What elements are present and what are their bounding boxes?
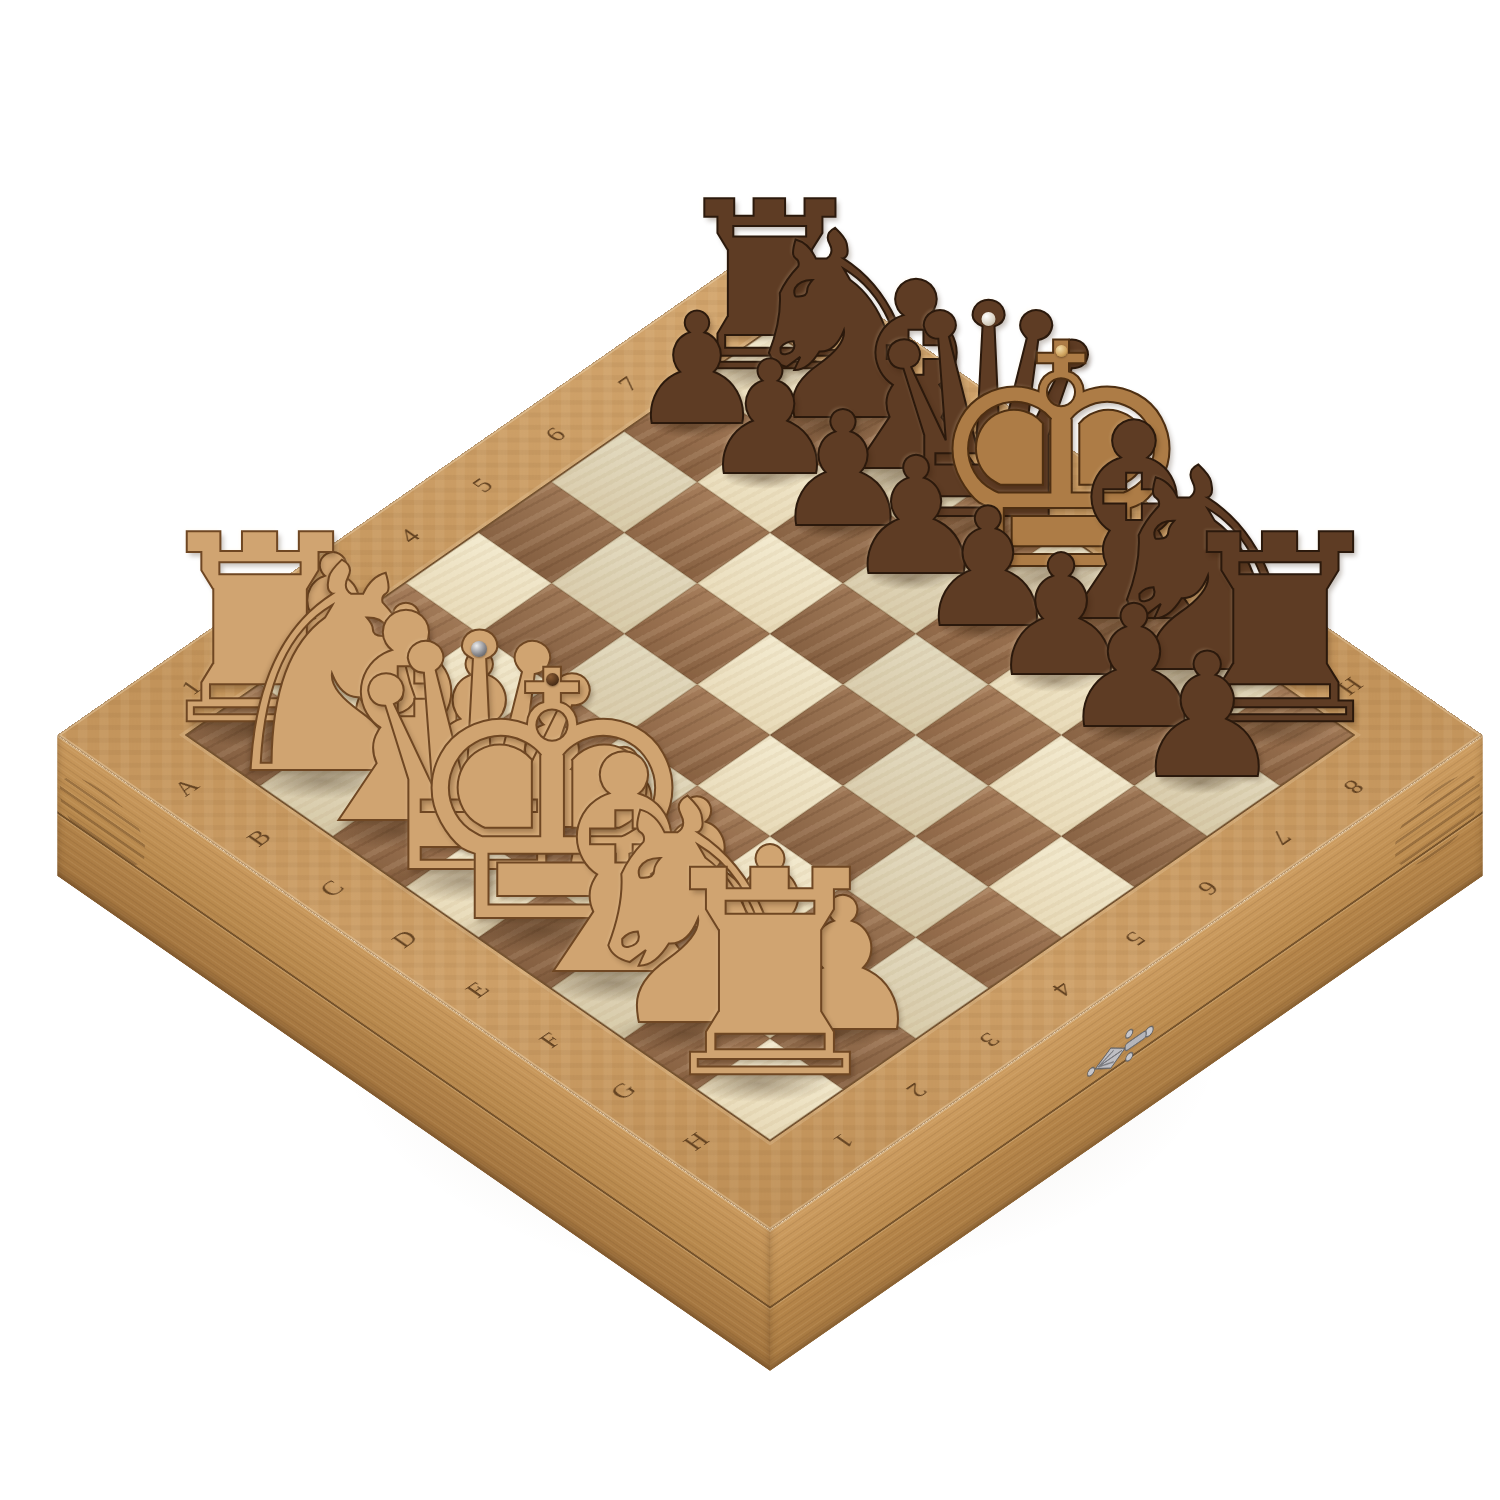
black-pawn-icon: ♟	[1130, 648, 1284, 786]
chess-box-scene: 8AA17BB26CC35DD44EE53FF62GG71HH8 ♜♞♝♛♚♝♞…	[0, 0, 1500, 1500]
pieces-layer: ♜♞♝♛♚♝♞♜♟♟♟♟♟♟♟♟♟♟♟♟♟♟♟♟♜♞♝♛♚♝♞♜	[0, 0, 1500, 1500]
piece-black-pawn[interactable]: ♟	[1160, 645, 1255, 786]
finial-gold	[1055, 345, 1067, 357]
white-rook-icon: ♜	[643, 862, 898, 1089]
finial-dark	[546, 673, 559, 686]
piece-white-rook[interactable]: ♜	[692, 856, 848, 1089]
